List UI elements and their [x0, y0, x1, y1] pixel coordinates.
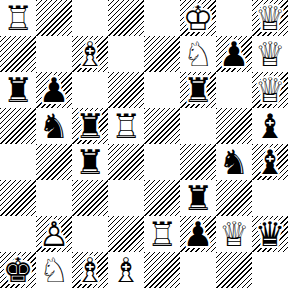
square-e3[interactable] [144, 180, 180, 216]
white-knight-b1: ♞♘ [36, 252, 72, 288]
square-d1[interactable]: ♝♗ [108, 252, 144, 288]
square-e5[interactable] [144, 108, 180, 144]
white-rook-d5: ♜♖ [108, 108, 144, 144]
square-d5[interactable]: ♜♖ [108, 108, 144, 144]
black-pawn-icon: ♟ [216, 36, 252, 72]
black-bishop-icon: ♝ [252, 108, 288, 144]
square-g3[interactable] [216, 180, 252, 216]
white-pawn-icon: ♙ [36, 216, 72, 252]
square-h2[interactable]: ♛♛ [252, 216, 288, 252]
square-b3[interactable] [36, 180, 72, 216]
white-bishop-icon: ♗ [108, 252, 144, 288]
square-d6[interactable] [108, 72, 144, 108]
square-b1[interactable]: ♞♘ [36, 252, 72, 288]
black-rook-f3: ♜♜ [180, 180, 216, 216]
square-g4[interactable]: ♞♞ [216, 144, 252, 180]
square-e8[interactable] [144, 0, 180, 36]
square-h3[interactable] [252, 180, 288, 216]
white-rook-icon: ♖ [0, 0, 36, 36]
black-pawn-icon: ♟ [180, 216, 216, 252]
white-rook-e2: ♜♖ [144, 216, 180, 252]
square-c2[interactable] [72, 216, 108, 252]
square-a1[interactable]: ♚♚ [0, 252, 36, 288]
black-king-icon: ♚ [0, 252, 36, 288]
black-rook-icon: ♜ [72, 144, 108, 180]
chess-board: ♜♖♚♔♛♕♝♗♞♘♟♟♛♕♜♜♟♟♜♜♛♕♞♞♜♜♜♖♝♝♜♜♞♞♝♝♜♜♟♙… [0, 0, 288, 288]
square-b5[interactable]: ♞♞ [36, 108, 72, 144]
square-g7[interactable]: ♟♟ [216, 36, 252, 72]
square-c7[interactable]: ♝♗ [72, 36, 108, 72]
black-queen-h2: ♛♛ [252, 216, 288, 252]
white-bishop-icon: ♗ [72, 36, 108, 72]
white-queen-icon: ♕ [252, 36, 288, 72]
square-c6[interactable] [72, 72, 108, 108]
black-pawn-g7: ♟♟ [216, 36, 252, 72]
square-a8[interactable]: ♜♖ [0, 0, 36, 36]
square-g2[interactable]: ♛♕ [216, 216, 252, 252]
white-knight-icon: ♘ [36, 252, 72, 288]
white-rook-a8: ♜♖ [0, 0, 36, 36]
square-e4[interactable] [144, 144, 180, 180]
square-b4[interactable] [36, 144, 72, 180]
square-a7[interactable] [0, 36, 36, 72]
square-h7[interactable]: ♛♕ [252, 36, 288, 72]
black-knight-icon: ♞ [36, 108, 72, 144]
black-rook-icon: ♜ [180, 72, 216, 108]
black-knight-icon: ♞ [216, 144, 252, 180]
square-f5[interactable] [180, 108, 216, 144]
square-c5[interactable]: ♜♜ [72, 108, 108, 144]
square-b8[interactable] [36, 0, 72, 36]
white-king-icon: ♔ [180, 0, 216, 36]
white-queen-h8: ♛♕ [252, 0, 288, 36]
square-f1[interactable] [180, 252, 216, 288]
square-e7[interactable] [144, 36, 180, 72]
black-rook-a6: ♜♜ [0, 72, 36, 108]
white-queen-h7: ♛♕ [252, 36, 288, 72]
black-rook-c4: ♜♜ [72, 144, 108, 180]
white-bishop-icon: ♗ [72, 252, 108, 288]
square-h4[interactable]: ♝♝ [252, 144, 288, 180]
white-queen-icon: ♕ [252, 72, 288, 108]
square-e2[interactable]: ♜♖ [144, 216, 180, 252]
square-g8[interactable] [216, 0, 252, 36]
black-pawn-b6: ♟♟ [36, 72, 72, 108]
square-a5[interactable] [0, 108, 36, 144]
white-rook-icon: ♖ [108, 108, 144, 144]
black-pawn-f2: ♟♟ [180, 216, 216, 252]
square-h1[interactable] [252, 252, 288, 288]
square-d8[interactable] [108, 0, 144, 36]
square-e1[interactable] [144, 252, 180, 288]
black-bishop-h4: ♝♝ [252, 144, 288, 180]
square-f4[interactable] [180, 144, 216, 180]
black-king-a1: ♚♚ [0, 252, 36, 288]
square-a2[interactable] [0, 216, 36, 252]
black-knight-b5: ♞♞ [36, 108, 72, 144]
white-knight-icon: ♘ [180, 36, 216, 72]
black-rook-f6: ♜♜ [180, 72, 216, 108]
square-f6[interactable]: ♜♜ [180, 72, 216, 108]
square-g1[interactable] [216, 252, 252, 288]
black-rook-icon: ♜ [72, 108, 108, 144]
square-f8[interactable]: ♚♔ [180, 0, 216, 36]
white-bishop-c1: ♝♗ [72, 252, 108, 288]
white-bishop-d1: ♝♗ [108, 252, 144, 288]
square-a6[interactable]: ♜♜ [0, 72, 36, 108]
black-pawn-icon: ♟ [36, 72, 72, 108]
white-queen-icon: ♕ [252, 0, 288, 36]
square-g5[interactable] [216, 108, 252, 144]
black-rook-icon: ♜ [0, 72, 36, 108]
black-rook-c5: ♜♜ [72, 108, 108, 144]
white-king-f8: ♚♔ [180, 0, 216, 36]
black-bishop-icon: ♝ [252, 144, 288, 180]
black-queen-icon: ♛ [252, 216, 288, 252]
square-c3[interactable] [72, 180, 108, 216]
white-queen-h6: ♛♕ [252, 72, 288, 108]
square-b2[interactable]: ♟♙ [36, 216, 72, 252]
white-queen-g2: ♛♕ [216, 216, 252, 252]
square-d7[interactable] [108, 36, 144, 72]
black-knight-g4: ♞♞ [216, 144, 252, 180]
square-c4[interactable]: ♜♜ [72, 144, 108, 180]
white-pawn-b2: ♟♙ [36, 216, 72, 252]
square-e6[interactable] [144, 72, 180, 108]
square-c8[interactable] [72, 0, 108, 36]
white-knight-f7: ♞♘ [180, 36, 216, 72]
square-c1[interactable]: ♝♗ [72, 252, 108, 288]
square-h8[interactable]: ♛♕ [252, 0, 288, 36]
square-h5[interactable]: ♝♝ [252, 108, 288, 144]
square-b6[interactable]: ♟♟ [36, 72, 72, 108]
white-queen-icon: ♕ [216, 216, 252, 252]
square-d4[interactable] [108, 144, 144, 180]
square-b7[interactable] [36, 36, 72, 72]
square-d3[interactable] [108, 180, 144, 216]
white-rook-icon: ♖ [144, 216, 180, 252]
square-f7[interactable]: ♞♘ [180, 36, 216, 72]
square-d2[interactable] [108, 216, 144, 252]
square-g6[interactable] [216, 72, 252, 108]
black-rook-icon: ♜ [180, 180, 216, 216]
square-a4[interactable] [0, 144, 36, 180]
square-f2[interactable]: ♟♟ [180, 216, 216, 252]
square-f3[interactable]: ♜♜ [180, 180, 216, 216]
square-a3[interactable] [0, 180, 36, 216]
white-bishop-c7: ♝♗ [72, 36, 108, 72]
square-h6[interactable]: ♛♕ [252, 72, 288, 108]
black-bishop-h5: ♝♝ [252, 108, 288, 144]
